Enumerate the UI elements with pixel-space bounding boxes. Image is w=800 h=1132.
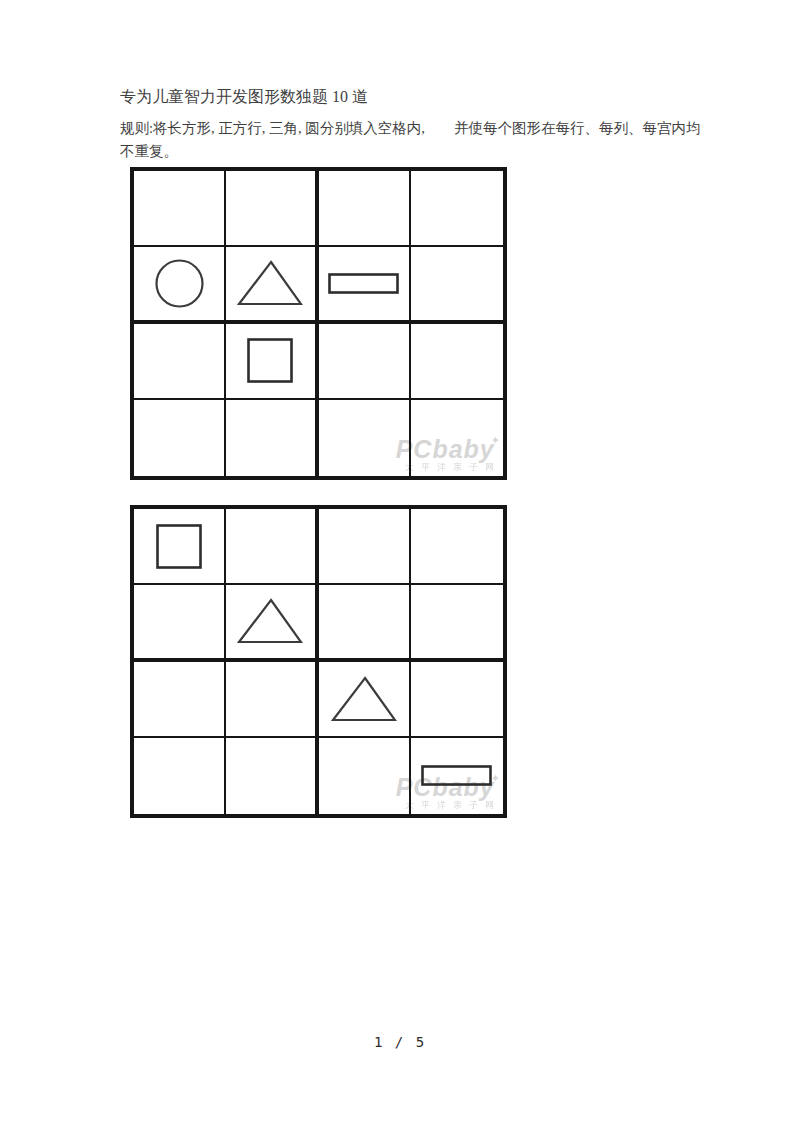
puzzle-2-cell-r3c3-triangle [319,662,411,738]
puzzle-1-cell-r4c1-empty [134,400,226,476]
shape-sudoku-grid-2: PCbaby✦ 太平洋亲子网 [130,505,507,818]
puzzle-1-cell-r1c3-empty [319,171,411,247]
puzzle-2-cell-r2c1-empty [134,585,226,661]
puzzle-2-cell-r2c4-empty [411,585,503,661]
puzzle-2-cell-r1c4-empty [411,509,503,585]
puzzle-2-cell-r1c1-square [134,509,226,585]
puzzle-2-cell-r4c3-empty [319,738,411,814]
circle-piece [155,259,204,308]
square-piece [156,524,202,569]
rectangle-piece [328,273,399,294]
puzzle-2-cell-r4c2-empty [226,738,318,814]
rules-text-line-2: 不重复。 [120,142,178,160]
puzzle-2-cell-r1c3-empty [319,509,411,585]
puzzle-1-cell-r2c3-rectangle [319,247,411,323]
triangle-piece [237,260,303,306]
puzzle-2-cell-r3c4-empty [411,662,503,738]
puzzle-2-cell-r1c2-empty [226,509,318,585]
puzzle-1-cell-r2c4-empty [411,247,503,323]
puzzle-1-cell-r1c4-empty [411,171,503,247]
triangle-piece [237,598,303,644]
puzzle-1-cell-r1c2-empty [226,171,318,247]
page-title: 专为儿童智力开发图形数独题 10 道 [120,87,368,106]
puzzle-2-cell-r3c1-empty [134,662,226,738]
puzzle-1-cell-r3c2-square [226,324,318,400]
shape-sudoku-grid-1: PCbaby✦ 太平洋亲子网 [130,167,507,480]
puzzle-1-cell-r3c4-empty [411,324,503,400]
puzzle-2-cell-r3c2-empty [226,662,318,738]
puzzle-1-cell-r4c4-empty [411,400,503,476]
puzzle-1-cell-r4c3-empty [319,400,411,476]
triangle-piece [331,676,397,722]
puzzle-1-cell-r3c1-empty [134,324,226,400]
puzzle-1-cell-r3c3-empty [319,324,411,400]
puzzle-1-cell-r4c2-empty [226,400,318,476]
puzzle-2-cell-r4c4-rectangle [411,738,503,814]
rules-text-line-1: 规则:将长方形, 正方行, 三角, 圆分别填入空格内, 并使每个图形在每行、每列… [120,119,700,137]
puzzle-1-cell-r1c1-empty [134,171,226,247]
puzzle-1-cell-r2c2-triangle [226,247,318,323]
square-piece [247,338,293,383]
puzzle-2-cell-r2c3-empty [319,585,411,661]
rectangle-piece [421,765,492,786]
puzzle-2-cell-r2c2-triangle [226,585,318,661]
page-number: 1 / 5 [0,1034,800,1050]
puzzle-1-cell-r2c1-circle [134,247,226,323]
puzzle-2-cell-r4c1-empty [134,738,226,814]
